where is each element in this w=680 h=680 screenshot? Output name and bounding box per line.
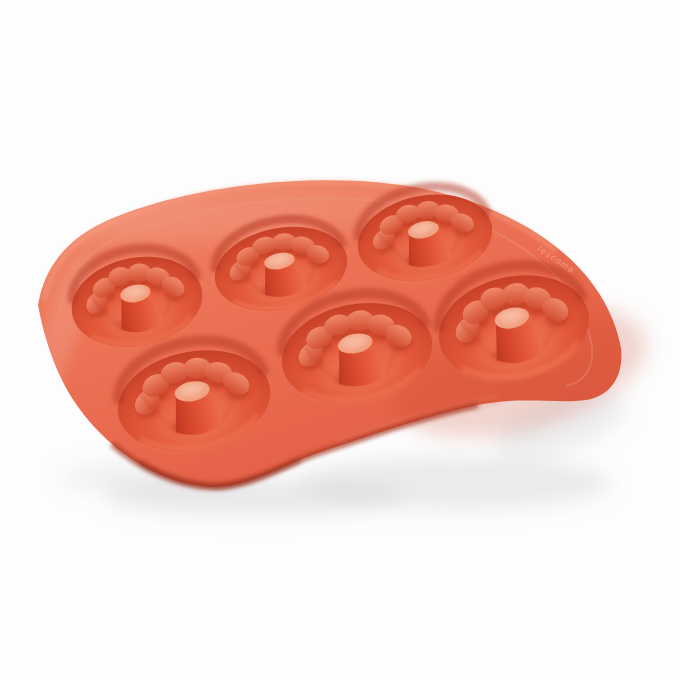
scene-svg: tescoma	[0, 0, 680, 680]
product-photo: tescoma	[0, 0, 680, 680]
